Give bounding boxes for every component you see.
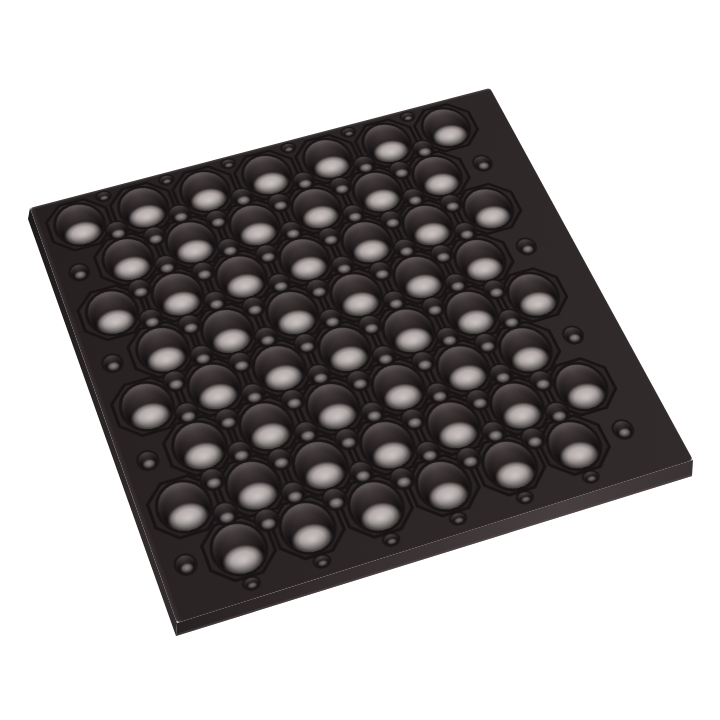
left-edge-small-hole xyxy=(68,263,90,282)
top-edge-notch-hole xyxy=(399,111,414,121)
top-edge-notch-hole xyxy=(281,142,296,153)
right-edge-small-hole xyxy=(471,155,493,172)
top-edge-notch-hole xyxy=(220,158,235,169)
top-edge-notch-hole xyxy=(158,174,173,185)
right-edge-small-hole xyxy=(561,326,585,346)
left-edge-small-hole xyxy=(101,354,124,374)
product-photo xyxy=(0,0,720,720)
top-edge-notch-hole xyxy=(341,127,356,138)
top-edge-notch-hole xyxy=(96,190,111,201)
right-edge-small-hole xyxy=(515,238,538,256)
left-edge-small-hole xyxy=(136,450,160,472)
left-edge-small-hole xyxy=(173,553,198,576)
right-edge-small-hole xyxy=(610,419,635,440)
